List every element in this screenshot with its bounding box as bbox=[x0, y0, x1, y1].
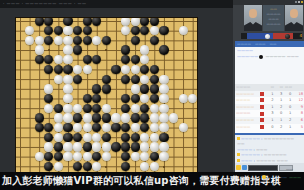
rank-table-row[interactable]: —————1209 bbox=[235, 104, 304, 111]
stone-black bbox=[92, 84, 101, 93]
stone-white bbox=[102, 104, 111, 113]
banner-text: 加入彭老师懒猫VIP群的可以私信up咨询，需要付费赠指导棋 bbox=[2, 172, 281, 190]
rank-number-cell: 2 bbox=[265, 97, 274, 104]
rank-number-cell: 2 bbox=[273, 124, 282, 131]
stone-black bbox=[83, 17, 92, 26]
rank-score-cell: 18 bbox=[291, 91, 303, 98]
rank-number-cell: 1 bbox=[273, 117, 282, 124]
chat-user[interactable]: ———： bbox=[241, 158, 256, 163]
stone-white bbox=[63, 104, 72, 113]
stone-black bbox=[102, 75, 111, 84]
star-point bbox=[48, 49, 50, 51]
rank-number-cell: 1 bbox=[265, 117, 274, 124]
stone-white bbox=[63, 36, 72, 45]
gift-icon[interactable] bbox=[242, 165, 247, 170]
top-dot-icon bbox=[301, 1, 303, 3]
stone-black bbox=[102, 133, 111, 142]
sidebar: ————————————— 4 ————————— ———————·—— ———… bbox=[233, 0, 304, 190]
stone-white bbox=[63, 113, 72, 122]
stone-black bbox=[159, 45, 168, 54]
stone-black bbox=[131, 94, 140, 103]
player-right-suit bbox=[285, 21, 303, 31]
rank-score-cell: 6 bbox=[291, 117, 303, 124]
stone-white bbox=[54, 113, 63, 122]
sidebar-status: ———————— bbox=[262, 175, 301, 181]
score-bar: 4 bbox=[241, 33, 302, 39]
chat-user[interactable]: —————： bbox=[241, 136, 264, 141]
stone-black bbox=[63, 123, 72, 132]
stone-black bbox=[73, 45, 82, 54]
chat-line: —————：———————— —— bbox=[237, 136, 302, 147]
stone-black bbox=[73, 75, 82, 84]
stone-white bbox=[63, 45, 72, 54]
chat-badge-icon bbox=[237, 153, 240, 156]
stone-black bbox=[63, 17, 72, 26]
stone-black bbox=[111, 142, 120, 151]
stone-black bbox=[121, 75, 130, 84]
rank-table-row[interactable]: ————21112 bbox=[235, 97, 304, 104]
chat-input-row: —— bbox=[235, 163, 304, 172]
rank-score-cell: 12 bbox=[291, 97, 303, 104]
stone-white bbox=[63, 26, 72, 35]
stone-white bbox=[159, 113, 168, 122]
stone-white bbox=[63, 84, 72, 93]
stone-white bbox=[63, 142, 72, 151]
rank-user-name[interactable]: ————— bbox=[236, 91, 260, 98]
stone-black bbox=[131, 133, 140, 142]
stone-black bbox=[150, 75, 159, 84]
stone-white bbox=[111, 113, 120, 122]
chat-input[interactable] bbox=[248, 165, 278, 171]
stone-black bbox=[150, 84, 159, 93]
stone-black bbox=[150, 36, 159, 45]
stone-black bbox=[131, 75, 140, 84]
commentary-user[interactable]: ———— bbox=[237, 48, 253, 53]
rank-score-cell: 9 bbox=[291, 104, 303, 111]
rank-number-cell: 0 bbox=[273, 110, 282, 117]
rank-number-cell: 2 bbox=[282, 117, 291, 124]
stone-black bbox=[111, 123, 120, 132]
stone-white bbox=[159, 123, 168, 132]
rank-header-cell: —— bbox=[283, 84, 292, 91]
rank-number-cell: 3 bbox=[265, 110, 274, 117]
commentary-user[interactable]: ———·—— bbox=[237, 54, 258, 59]
sidebar-tab[interactable]: ——— bbox=[255, 42, 266, 46]
stone-black bbox=[131, 36, 140, 45]
stone-white bbox=[63, 75, 72, 84]
player-left-suit bbox=[244, 21, 262, 31]
rank-number-cell: 1 bbox=[282, 110, 291, 117]
rank-header-cell: ———— bbox=[236, 84, 260, 91]
stone-white bbox=[131, 84, 140, 93]
go-board[interactable] bbox=[15, 17, 198, 174]
rank-user-name[interactable]: ————— bbox=[236, 117, 260, 124]
player-right-photo bbox=[285, 5, 303, 31]
chat-text: ——— bbox=[256, 147, 267, 152]
stone-black bbox=[63, 65, 72, 74]
rank-table-row[interactable]: ————0215 bbox=[235, 124, 304, 131]
commentary-line: ———·—— ————— ——— bbox=[237, 54, 302, 60]
player-left-face bbox=[249, 9, 257, 18]
chat-text: —————— bbox=[264, 152, 287, 157]
stone-white bbox=[121, 17, 130, 26]
stone-black bbox=[131, 142, 140, 151]
commentary-lines: ———————·—— ————— ——— bbox=[237, 48, 302, 60]
stone-white bbox=[150, 104, 159, 113]
player-left-photo bbox=[244, 5, 262, 31]
chat-lines: —————：———————— ——————：————————：—————————… bbox=[237, 136, 302, 163]
rank-score-cell: 8 bbox=[291, 110, 303, 117]
stone-white bbox=[54, 133, 63, 142]
score-bar-segment bbox=[273, 33, 294, 39]
stone-white bbox=[159, 94, 168, 103]
rank-number-cell: 1 bbox=[265, 91, 274, 98]
rank-table-body: —————————————13018————21112—————1209————… bbox=[235, 84, 304, 130]
stone-white bbox=[35, 36, 44, 45]
stone-black bbox=[102, 36, 111, 45]
commentary-text: ————— ——— bbox=[264, 54, 299, 59]
stone-black bbox=[54, 104, 63, 113]
stone-black bbox=[83, 142, 92, 151]
top-dot-icon bbox=[298, 1, 300, 3]
match-info-line: ———— bbox=[263, 22, 284, 27]
stone-white bbox=[131, 104, 140, 113]
stone-black bbox=[83, 104, 92, 113]
stone-white bbox=[131, 65, 140, 74]
stone-black bbox=[150, 17, 159, 26]
rank-user-name[interactable]: ———— bbox=[236, 110, 260, 117]
coin-icon bbox=[262, 175, 266, 179]
rank-table-row[interactable]: —————1126 bbox=[235, 117, 304, 124]
white-stone-icon bbox=[265, 34, 270, 39]
stone-white bbox=[102, 142, 111, 151]
stone-white bbox=[121, 113, 130, 122]
rank-number-cell: 1 bbox=[265, 104, 274, 111]
stone-white bbox=[150, 113, 159, 122]
sidebar-tab[interactable]: —— bbox=[270, 42, 277, 46]
status-blue-text: ————— bbox=[267, 175, 287, 180]
title-text: · ——— · ——————— ——— · —— bbox=[3, 1, 86, 6]
stone-black bbox=[63, 133, 72, 142]
stone-white bbox=[131, 17, 140, 26]
stone-black bbox=[102, 113, 111, 122]
rank-number-cell: 1 bbox=[282, 124, 291, 131]
stone-white bbox=[150, 142, 159, 151]
status-green-text: ——— bbox=[289, 175, 301, 180]
black-stone-icon bbox=[259, 55, 263, 59]
stone-black bbox=[35, 17, 44, 26]
stone-black bbox=[159, 26, 168, 35]
stone-white bbox=[83, 133, 92, 142]
stone-black bbox=[121, 142, 130, 151]
rank-number-cell: 0 bbox=[282, 91, 291, 98]
stone-white bbox=[159, 142, 168, 151]
stone-black bbox=[83, 36, 92, 45]
rank-table-row[interactable]: ————3018 bbox=[235, 110, 304, 117]
top-dot-icon bbox=[295, 1, 297, 3]
stone-white bbox=[83, 65, 92, 74]
sidebar-tab[interactable]: ———— bbox=[237, 42, 251, 46]
rank-number-cell: 0 bbox=[265, 124, 274, 131]
rank-user-name[interactable]: ———— bbox=[236, 124, 260, 131]
stone-black bbox=[140, 84, 149, 93]
rank-header-cell: — bbox=[265, 84, 274, 91]
stone-white bbox=[35, 45, 44, 54]
stone-white bbox=[54, 36, 63, 45]
stone-white bbox=[73, 142, 82, 151]
black-stone-icon bbox=[285, 34, 290, 39]
rank-number-cell: 0 bbox=[282, 104, 291, 111]
stone-white bbox=[54, 75, 63, 84]
stone-black bbox=[35, 113, 44, 122]
chat-user[interactable]: ————： bbox=[237, 147, 256, 152]
stone-white bbox=[159, 75, 168, 84]
board-background: · · · —— —— bbox=[0, 8, 233, 190]
emoji-icon[interactable] bbox=[236, 165, 241, 170]
rank-header-cell: — bbox=[274, 84, 283, 91]
rank-table: —————————————13018————21112—————1209————… bbox=[235, 84, 304, 133]
app-window: · ——— · ——————— ——— · —— · · · —— —— ———… bbox=[0, 0, 304, 190]
stone-white bbox=[169, 113, 178, 122]
stone-white bbox=[159, 84, 168, 93]
commentary-panel: ———————·—— ————— ——— bbox=[235, 47, 304, 84]
stone-black bbox=[54, 142, 63, 151]
send-button[interactable]: —— bbox=[279, 165, 293, 171]
stone-white bbox=[150, 133, 159, 142]
stone-black bbox=[159, 133, 168, 142]
rank-number-cell: 1 bbox=[273, 97, 282, 104]
match-info: ————————————— bbox=[263, 5, 284, 31]
stone-black bbox=[131, 113, 140, 122]
stone-white bbox=[179, 94, 188, 103]
stone-black bbox=[83, 94, 92, 103]
player-right-face bbox=[290, 9, 298, 18]
stone-black bbox=[73, 113, 82, 122]
stone-white bbox=[44, 84, 53, 93]
bottom-banner: 加入彭老师懒猫VIP群的可以私信up咨询，需要付费赠指导棋 ———————— bbox=[0, 172, 304, 190]
chat-user[interactable]: —————： bbox=[241, 152, 264, 157]
star-point bbox=[163, 166, 165, 168]
rank-number-cell: 1 bbox=[282, 97, 291, 104]
chat-badge-icon bbox=[237, 137, 240, 140]
chat-text: ————— ——— bbox=[256, 158, 288, 163]
stone-black bbox=[121, 45, 130, 54]
score-badge: 4 bbox=[299, 33, 302, 39]
chat-panel: —————：———————— ——————：————————：—————————… bbox=[235, 135, 304, 163]
rank-number-cell: 3 bbox=[273, 91, 282, 98]
rank-user-name[interactable]: ———— bbox=[236, 97, 260, 104]
rank-table-row[interactable]: —————13018 bbox=[235, 91, 304, 98]
stone-black bbox=[111, 65, 120, 74]
stone-white bbox=[159, 104, 168, 113]
stone-black bbox=[83, 162, 92, 171]
rank-table-header: ———————— bbox=[235, 84, 304, 91]
stone-black bbox=[102, 84, 111, 93]
rank-number-cell: 2 bbox=[273, 104, 282, 111]
stone-white bbox=[63, 94, 72, 103]
rank-score-cell: 5 bbox=[291, 124, 303, 131]
stone-white bbox=[83, 113, 92, 122]
chat-badge-icon bbox=[237, 159, 240, 162]
rank-user-name[interactable]: ————— bbox=[236, 104, 260, 111]
